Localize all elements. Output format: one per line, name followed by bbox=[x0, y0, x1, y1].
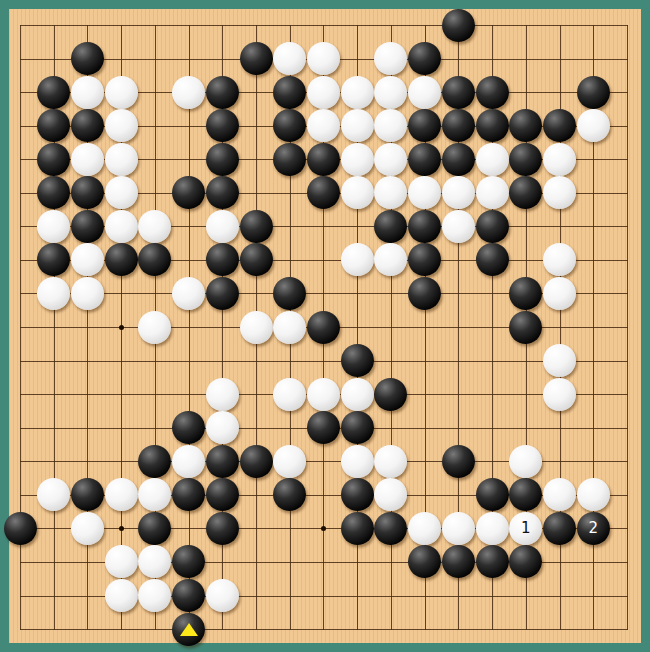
stone-black-c13-r8 bbox=[408, 243, 441, 276]
go-board[interactable]: 12 bbox=[9, 9, 641, 643]
stone-white-c13-r3 bbox=[408, 76, 441, 109]
stone-black-c9-r3 bbox=[273, 76, 306, 109]
stone-black-c3-r4 bbox=[71, 109, 104, 142]
stone-black-c16-r9 bbox=[509, 277, 542, 310]
stone-white-c10-r2 bbox=[307, 42, 340, 75]
stone-black-c2-r5 bbox=[37, 143, 70, 176]
stone-black-c2-r6 bbox=[37, 176, 70, 209]
stone-white-c4-r18 bbox=[105, 579, 138, 612]
stone-white-c10-r3 bbox=[307, 76, 340, 109]
stone-black-c6-r18 bbox=[172, 579, 205, 612]
star-point bbox=[321, 526, 326, 531]
stone-black-c15-r17 bbox=[476, 545, 509, 578]
stone-white-c11-r6 bbox=[341, 176, 374, 209]
stone-black-c16-r17 bbox=[509, 545, 542, 578]
stone-white-c12-r15 bbox=[374, 478, 407, 511]
stone-white-c6-r3 bbox=[172, 76, 205, 109]
stone-white-c2-r9 bbox=[37, 277, 70, 310]
stone-black-c16-r5 bbox=[509, 143, 542, 176]
stone-black-c15-r8 bbox=[476, 243, 509, 276]
stone-white-c12-r5 bbox=[374, 143, 407, 176]
stone-white-c16-r14 bbox=[509, 445, 542, 478]
stone-white-c3-r3 bbox=[71, 76, 104, 109]
stone-black-c9-r4 bbox=[273, 109, 306, 142]
stone-white-c18-r4 bbox=[577, 109, 610, 142]
stone-white-c7-r18 bbox=[206, 579, 239, 612]
stone-white-c12-r14 bbox=[374, 445, 407, 478]
stone-black-c8-r7 bbox=[240, 210, 273, 243]
stone-white-c15-r6 bbox=[476, 176, 509, 209]
stone-black-c7-r6 bbox=[206, 176, 239, 209]
star-point bbox=[119, 325, 124, 330]
stone-white-c3-r9 bbox=[71, 277, 104, 310]
stone-black-c11-r16 bbox=[341, 512, 374, 545]
stone-black-c18-r3 bbox=[577, 76, 610, 109]
stone-white-c12-r6 bbox=[374, 176, 407, 209]
stone-white-c5-r17 bbox=[138, 545, 171, 578]
stone-white-c3-r16 bbox=[71, 512, 104, 545]
stone-black-c17-r4 bbox=[543, 109, 576, 142]
stone-black-c7-r8 bbox=[206, 243, 239, 276]
stone-black-c5-r14 bbox=[138, 445, 171, 478]
stone-white-c5-r10 bbox=[138, 311, 171, 344]
stone-black-c11-r15 bbox=[341, 478, 374, 511]
stone-black-c6-r17 bbox=[172, 545, 205, 578]
stone-white-c14-r16 bbox=[442, 512, 475, 545]
triangle-marker bbox=[180, 623, 198, 636]
stone-white-c13-r16 bbox=[408, 512, 441, 545]
stone-white-c5-r18 bbox=[138, 579, 171, 612]
stone-black-c2-r8 bbox=[37, 243, 70, 276]
stone-black-c13-r7 bbox=[408, 210, 441, 243]
stone-white-c12-r3 bbox=[374, 76, 407, 109]
grid-line-h-19 bbox=[20, 629, 628, 630]
stone-black-c7-r15 bbox=[206, 478, 239, 511]
stone-black-c7-r16 bbox=[206, 512, 239, 545]
stone-white-c11-r14 bbox=[341, 445, 374, 478]
stone-black-c8-r14 bbox=[240, 445, 273, 478]
stone-white-c7-r12 bbox=[206, 378, 239, 411]
star-point bbox=[119, 526, 124, 531]
stone-white-c12-r8 bbox=[374, 243, 407, 276]
stone-white-c9-r12 bbox=[273, 378, 306, 411]
stone-black-c14-r3 bbox=[442, 76, 475, 109]
move-number-label-2: 2 bbox=[588, 521, 598, 536]
stone-black-c5-r16 bbox=[138, 512, 171, 545]
stone-white-c12-r4 bbox=[374, 109, 407, 142]
stone-black-c3-r2 bbox=[71, 42, 104, 75]
stone-black-c13-r5 bbox=[408, 143, 441, 176]
stone-white-c5-r7 bbox=[138, 210, 171, 243]
stone-white-c15-r16 bbox=[476, 512, 509, 545]
stone-white-c4-r6 bbox=[105, 176, 138, 209]
stone-white-c15-r5 bbox=[476, 143, 509, 176]
stone-black-c10-r6 bbox=[307, 176, 340, 209]
stone-white-c2-r15 bbox=[37, 478, 70, 511]
move-number-label-1: 1 bbox=[521, 521, 531, 536]
stone-white-c4-r5 bbox=[105, 143, 138, 176]
stone-white-c14-r7 bbox=[442, 210, 475, 243]
stone-black-c12-r12 bbox=[374, 378, 407, 411]
stone-black-c3-r6 bbox=[71, 176, 104, 209]
stone-white-c17-r5 bbox=[543, 143, 576, 176]
stone-black-c1-r16 bbox=[4, 512, 37, 545]
stone-black-c10-r5 bbox=[307, 143, 340, 176]
stone-black-c9-r15 bbox=[273, 478, 306, 511]
stone-black-c4-r8 bbox=[105, 243, 138, 276]
stone-white-c17-r8 bbox=[543, 243, 576, 276]
stone-black-c6-r6 bbox=[172, 176, 205, 209]
stone-white-c4-r7 bbox=[105, 210, 138, 243]
stone-black-c9-r5 bbox=[273, 143, 306, 176]
stone-white-c7-r7 bbox=[206, 210, 239, 243]
stone-black-c15-r15 bbox=[476, 478, 509, 511]
stone-black-c11-r11 bbox=[341, 344, 374, 377]
stone-white-c10-r12 bbox=[307, 378, 340, 411]
stone-black-c6-r19 bbox=[172, 613, 205, 646]
stone-white-c17-r11 bbox=[543, 344, 576, 377]
stone-white-c11-r4 bbox=[341, 109, 374, 142]
stone-white-c6-r14 bbox=[172, 445, 205, 478]
stone-black-c2-r3 bbox=[37, 76, 70, 109]
grid-line-h-11 bbox=[20, 361, 628, 362]
stone-white-c4-r3 bbox=[105, 76, 138, 109]
stone-black-c8-r2 bbox=[240, 42, 273, 75]
stone-black-c16-r6 bbox=[509, 176, 542, 209]
stone-black-c17-r16 bbox=[543, 512, 576, 545]
stone-black-c10-r10 bbox=[307, 311, 340, 344]
stone-black-c14-r14 bbox=[442, 445, 475, 478]
stone-black-c7-r14 bbox=[206, 445, 239, 478]
stone-black-c5-r8 bbox=[138, 243, 171, 276]
stone-black-c12-r16 bbox=[374, 512, 407, 545]
stone-white-c17-r15 bbox=[543, 478, 576, 511]
stone-white-c3-r5 bbox=[71, 143, 104, 176]
stone-white-c4-r17 bbox=[105, 545, 138, 578]
stone-black-c8-r8 bbox=[240, 243, 273, 276]
stone-black-c14-r4 bbox=[442, 109, 475, 142]
stone-black-c14-r5 bbox=[442, 143, 475, 176]
stone-white-c2-r7 bbox=[37, 210, 70, 243]
stone-black-c11-r13 bbox=[341, 411, 374, 444]
stone-white-c4-r4 bbox=[105, 109, 138, 142]
stone-black-c16-r15 bbox=[509, 478, 542, 511]
stone-white-c3-r8 bbox=[71, 243, 104, 276]
stone-white-c9-r10 bbox=[273, 311, 306, 344]
stone-black-c13-r9 bbox=[408, 277, 441, 310]
stone-black-c3-r15 bbox=[71, 478, 104, 511]
stone-white-c11-r8 bbox=[341, 243, 374, 276]
stone-black-c14-r17 bbox=[442, 545, 475, 578]
stone-black-c15-r7 bbox=[476, 210, 509, 243]
stone-white-c11-r12 bbox=[341, 378, 374, 411]
stone-white-c12-r2 bbox=[374, 42, 407, 75]
stone-black-c6-r15 bbox=[172, 478, 205, 511]
stone-black-c3-r7 bbox=[71, 210, 104, 243]
stone-black-c7-r3 bbox=[206, 76, 239, 109]
stone-white-c7-r13 bbox=[206, 411, 239, 444]
stone-white-c5-r15 bbox=[138, 478, 171, 511]
stone-black-c16-r4 bbox=[509, 109, 542, 142]
stone-white-c16-r16: 1 bbox=[509, 512, 542, 545]
stone-white-c13-r6 bbox=[408, 176, 441, 209]
stone-black-c10-r13 bbox=[307, 411, 340, 444]
stone-black-c2-r4 bbox=[37, 109, 70, 142]
stone-black-c15-r3 bbox=[476, 76, 509, 109]
stone-white-c17-r9 bbox=[543, 277, 576, 310]
stone-black-c13-r4 bbox=[408, 109, 441, 142]
stone-black-c7-r5 bbox=[206, 143, 239, 176]
stone-black-c6-r13 bbox=[172, 411, 205, 444]
stone-white-c11-r5 bbox=[341, 143, 374, 176]
stone-black-c12-r7 bbox=[374, 210, 407, 243]
stone-black-c16-r10 bbox=[509, 311, 542, 344]
stone-white-c6-r9 bbox=[172, 277, 205, 310]
stone-black-c13-r17 bbox=[408, 545, 441, 578]
stone-black-c18-r16: 2 bbox=[577, 512, 610, 545]
stone-white-c9-r2 bbox=[273, 42, 306, 75]
stone-white-c14-r6 bbox=[442, 176, 475, 209]
stone-black-c7-r4 bbox=[206, 109, 239, 142]
grid-line-v-19 bbox=[627, 25, 628, 630]
stone-black-c7-r9 bbox=[206, 277, 239, 310]
stone-white-c17-r12 bbox=[543, 378, 576, 411]
stone-white-c4-r15 bbox=[105, 478, 138, 511]
stone-white-c18-r15 bbox=[577, 478, 610, 511]
stone-black-c9-r9 bbox=[273, 277, 306, 310]
stone-white-c8-r10 bbox=[240, 311, 273, 344]
stone-black-c13-r2 bbox=[408, 42, 441, 75]
app-frame: 12 bbox=[0, 0, 650, 652]
stone-white-c17-r6 bbox=[543, 176, 576, 209]
stone-white-c11-r3 bbox=[341, 76, 374, 109]
stone-white-c9-r14 bbox=[273, 445, 306, 478]
stone-white-c10-r4 bbox=[307, 109, 340, 142]
stone-black-c14-r1 bbox=[442, 9, 475, 42]
stone-black-c15-r4 bbox=[476, 109, 509, 142]
